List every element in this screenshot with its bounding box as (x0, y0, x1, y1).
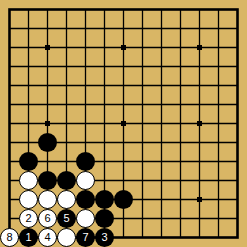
stone-white[interactable] (38, 190, 57, 209)
stone-black[interactable]: 3 (95, 228, 114, 247)
stone-black[interactable]: 1 (19, 228, 38, 247)
move-number-label: 3 (101, 232, 107, 243)
go-board: 26581473 (0, 0, 247, 247)
move-number-label: 4 (44, 232, 50, 243)
stone-white[interactable]: 6 (38, 209, 57, 228)
stone-black[interactable] (38, 171, 57, 190)
stone-white[interactable] (57, 190, 76, 209)
stone-white[interactable] (19, 190, 38, 209)
stone-white[interactable]: 8 (0, 228, 19, 247)
stone-black[interactable] (114, 190, 133, 209)
stone-black[interactable] (95, 190, 114, 209)
move-number-label: 2 (25, 213, 31, 224)
stone-black[interactable] (76, 152, 95, 171)
stone-black[interactable] (57, 171, 76, 190)
stone-white[interactable] (57, 228, 76, 247)
stone-black[interactable] (76, 190, 95, 209)
stone-black[interactable]: 7 (76, 228, 95, 247)
move-number-label: 1 (25, 232, 31, 243)
move-number-label: 5 (63, 213, 69, 224)
stone-white[interactable]: 2 (19, 209, 38, 228)
stone-white[interactable] (76, 171, 95, 190)
stone-white[interactable] (76, 209, 95, 228)
move-number-label: 6 (44, 213, 50, 224)
stone-black[interactable] (19, 152, 38, 171)
stone-white[interactable] (19, 171, 38, 190)
stone-black[interactable] (95, 209, 114, 228)
stone-white[interactable]: 4 (38, 228, 57, 247)
move-number-label: 8 (6, 232, 12, 243)
move-number-label: 7 (82, 232, 88, 243)
stone-black[interactable]: 5 (57, 209, 76, 228)
stones-layer: 26581473 (0, 0, 247, 247)
stone-black[interactable] (38, 133, 57, 152)
